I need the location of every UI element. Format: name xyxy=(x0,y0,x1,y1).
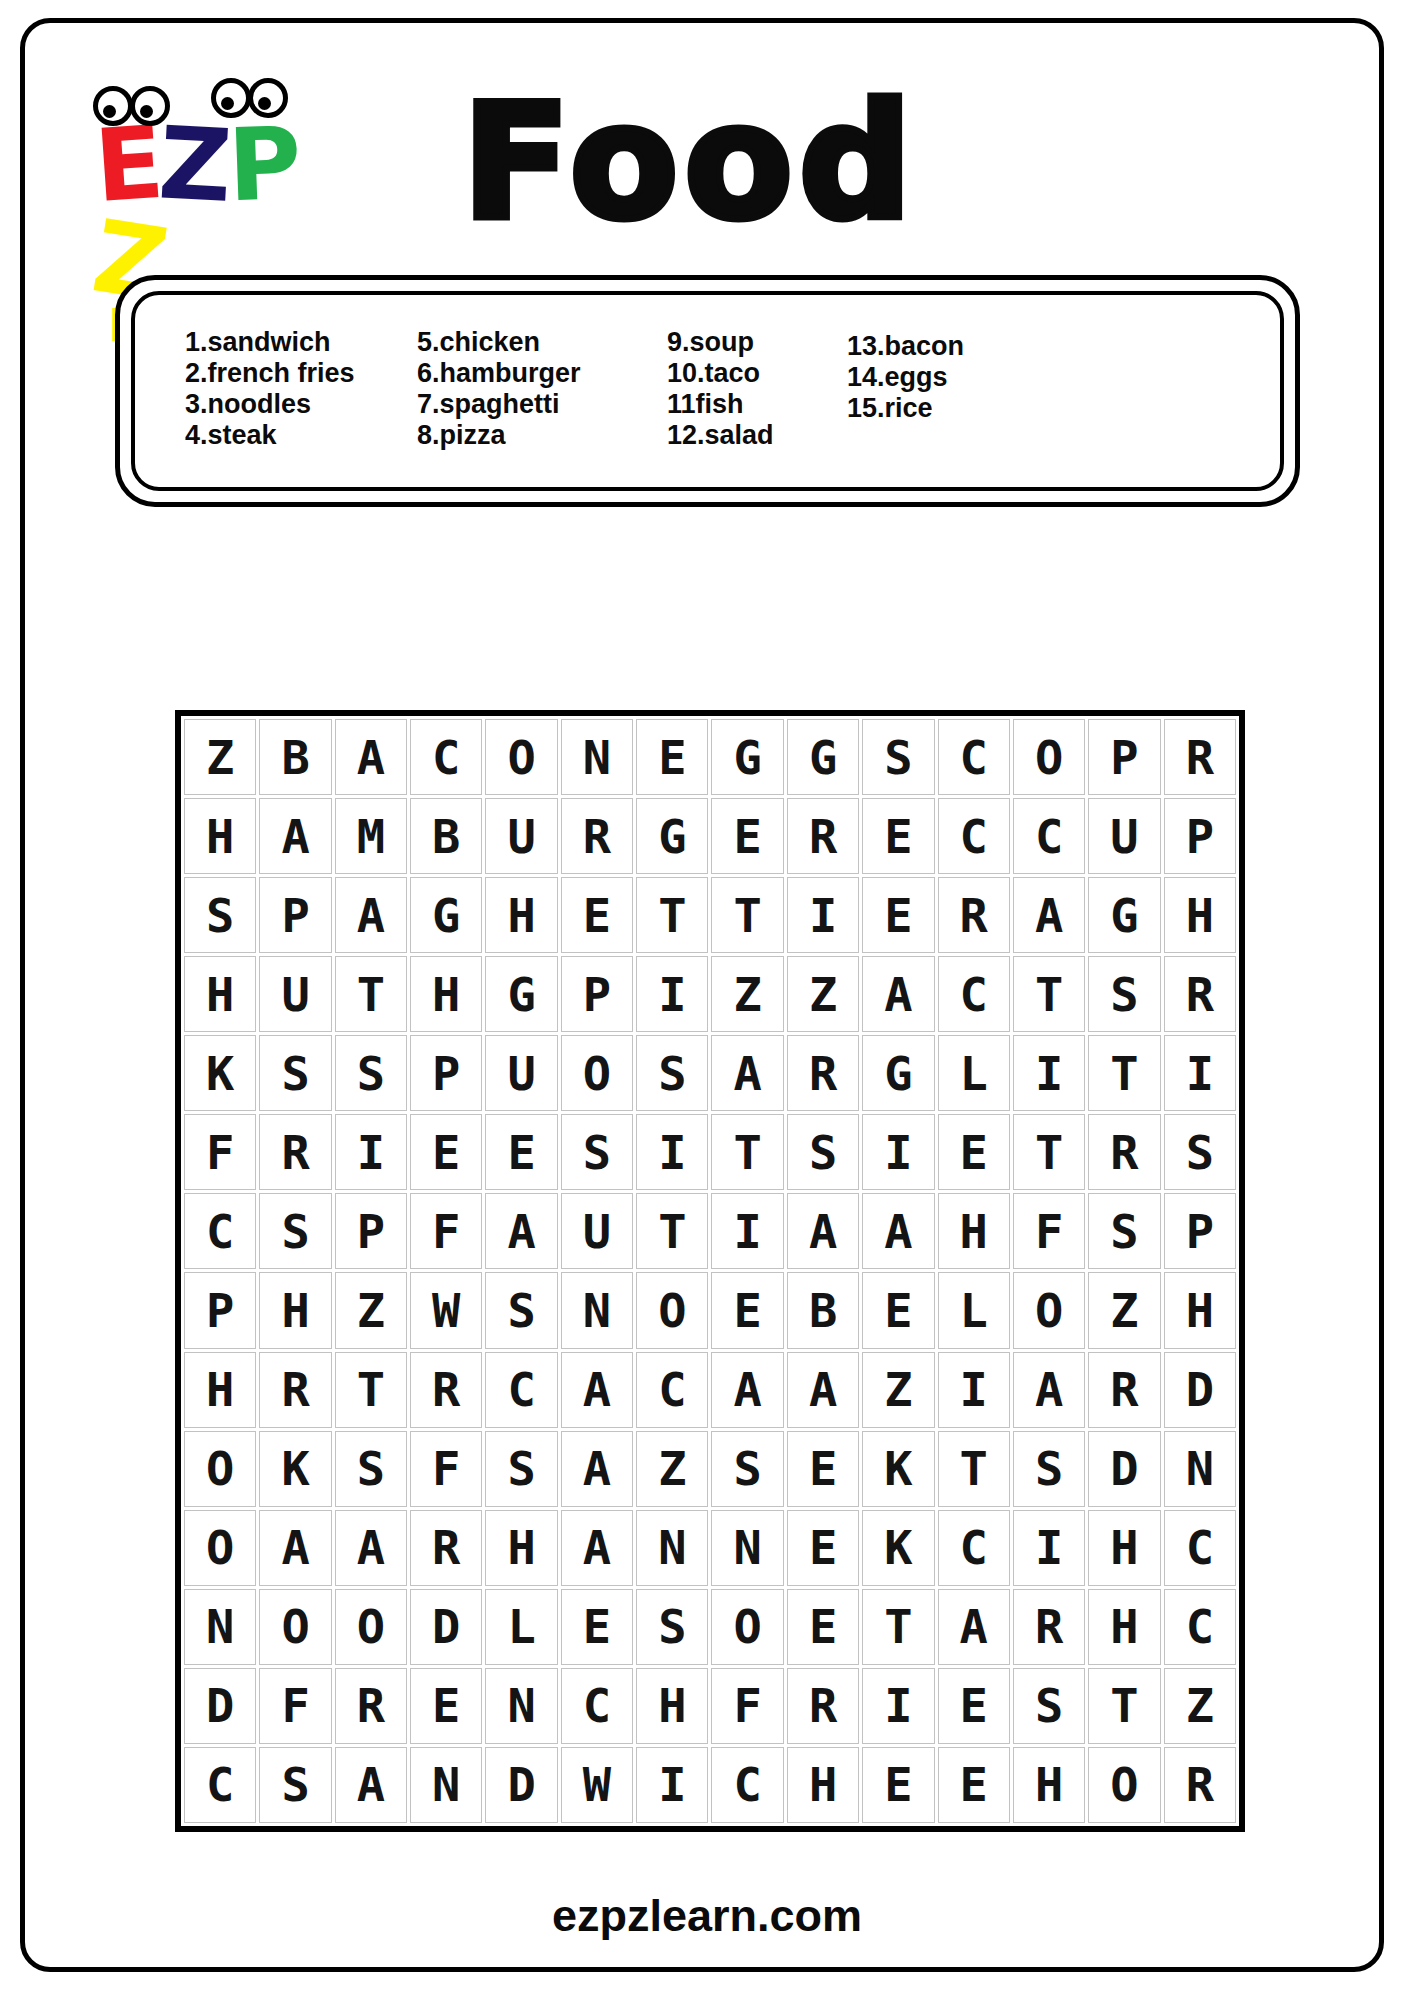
grid-cell[interactable]: D xyxy=(485,1747,557,1823)
grid-cell[interactable]: E xyxy=(862,877,934,953)
eye-icon xyxy=(130,86,170,126)
grid-cell[interactable]: C xyxy=(711,1747,783,1823)
word-list-item: 9.soup xyxy=(667,327,847,358)
grid-cell[interactable]: T xyxy=(636,877,708,953)
grid-cell[interactable]: E xyxy=(938,1747,1010,1823)
grid-cell[interactable]: P xyxy=(410,1035,482,1111)
grid-cell[interactable]: C xyxy=(1013,798,1085,874)
grid-cell[interactable]: A xyxy=(259,798,331,874)
grid-cell[interactable]: F xyxy=(259,1668,331,1744)
grid-cell[interactable]: S xyxy=(1088,956,1160,1032)
logo-ezpz: EZPZ xyxy=(95,120,345,300)
word-list-item: 5.chicken xyxy=(417,327,667,358)
grid-cell[interactable]: T xyxy=(862,1589,934,1665)
grid-cell[interactable]: D xyxy=(184,1668,256,1744)
grid-cell[interactable]: I xyxy=(1013,1510,1085,1586)
grid-cell[interactable]: E xyxy=(862,1272,934,1348)
grid-cell[interactable]: H xyxy=(184,1352,256,1428)
grid-cell[interactable]: R xyxy=(1088,1352,1160,1428)
grid-cell[interactable]: T xyxy=(1013,956,1085,1032)
grid-cell[interactable]: U xyxy=(485,798,557,874)
grid-cell[interactable]: R xyxy=(787,798,859,874)
page-title: Food xyxy=(340,70,1040,254)
grid-cell[interactable]: I xyxy=(1164,1035,1236,1111)
grid-cell[interactable]: P xyxy=(1164,1193,1236,1269)
grid-cell[interactable]: H xyxy=(184,956,256,1032)
grid-cell[interactable]: A xyxy=(711,1035,783,1111)
grid-cell[interactable]: S xyxy=(485,1272,557,1348)
grid-cell[interactable]: F xyxy=(184,1114,256,1190)
grid-cell[interactable]: E xyxy=(938,1668,1010,1744)
grid-cell[interactable]: S xyxy=(1164,1114,1236,1190)
grid-cell[interactable]: G xyxy=(636,798,708,874)
word-list-item: 8.pizza xyxy=(417,420,667,451)
grid-cell[interactable]: P xyxy=(259,877,331,953)
grid-cell[interactable]: S xyxy=(259,1193,331,1269)
grid-cell[interactable]: O xyxy=(335,1589,407,1665)
grid-cell[interactable]: C xyxy=(485,1352,557,1428)
grid-cell[interactable]: Z xyxy=(335,1272,407,1348)
grid-cell[interactable]: O xyxy=(259,1589,331,1665)
grid-cell[interactable]: S xyxy=(1088,1193,1160,1269)
grid-cell[interactable]: H xyxy=(259,1272,331,1348)
grid-cell[interactable]: E xyxy=(711,798,783,874)
grid-cell[interactable]: F xyxy=(1013,1193,1085,1269)
grid-cell[interactable]: A xyxy=(938,1589,1010,1665)
grid-cell[interactable]: R xyxy=(410,1510,482,1586)
grid-cell[interactable]: S xyxy=(485,1431,557,1507)
grid-cell[interactable]: O xyxy=(1088,1747,1160,1823)
grid-cell[interactable]: E xyxy=(787,1431,859,1507)
grid-cell[interactable]: R xyxy=(259,1352,331,1428)
grid-cell[interactable]: T xyxy=(1088,1035,1160,1111)
grid-cell[interactable]: H xyxy=(787,1747,859,1823)
grid-cell[interactable]: Z xyxy=(1164,1668,1236,1744)
grid-cell[interactable]: G xyxy=(485,956,557,1032)
grid-cell[interactable]: C xyxy=(938,719,1010,795)
grid-cell[interactable]: C xyxy=(938,798,1010,874)
grid-cell[interactable]: R xyxy=(787,1035,859,1111)
grid-cell[interactable]: R xyxy=(561,798,633,874)
grid-cell[interactable]: R xyxy=(259,1114,331,1190)
grid-cell[interactable]: I xyxy=(636,956,708,1032)
grid-cell[interactable]: T xyxy=(636,1193,708,1269)
grid-cell[interactable]: G xyxy=(711,719,783,795)
grid-cell[interactable]: T xyxy=(711,877,783,953)
googly-eyes-icon xyxy=(93,86,167,126)
word-list-item: 14.eggs xyxy=(847,362,964,393)
grid-cell[interactable]: S xyxy=(1013,1431,1085,1507)
grid-cell[interactable]: F xyxy=(410,1193,482,1269)
grid-cell[interactable]: E xyxy=(938,1114,1010,1190)
grid-cell[interactable]: E xyxy=(561,1589,633,1665)
grid-cell[interactable]: E xyxy=(485,1114,557,1190)
grid-cell[interactable]: S xyxy=(184,877,256,953)
grid-cell[interactable]: R xyxy=(1164,1747,1236,1823)
grid-cell[interactable]: E xyxy=(862,1747,934,1823)
grid-cell[interactable]: S xyxy=(711,1431,783,1507)
grid-cell[interactable]: N xyxy=(636,1510,708,1586)
word-list-column: 9.soup10.taco11fish12.salad xyxy=(667,327,847,487)
grid-cell[interactable]: T xyxy=(335,956,407,1032)
grid-cell[interactable]: S xyxy=(335,1431,407,1507)
grid-cell[interactable]: O xyxy=(636,1272,708,1348)
grid-cell[interactable]: A xyxy=(335,1510,407,1586)
grid-cell[interactable]: H xyxy=(184,798,256,874)
word-list-item: 15.rice xyxy=(847,393,964,424)
grid-cell[interactable]: H xyxy=(1088,1589,1160,1665)
grid-cell[interactable]: W xyxy=(410,1272,482,1348)
grid-cell[interactable]: T xyxy=(335,1352,407,1428)
grid-cell[interactable]: I xyxy=(862,1668,934,1744)
grid-cell[interactable]: I xyxy=(335,1114,407,1190)
grid-cell[interactable]: H xyxy=(1088,1510,1160,1586)
grid-cell[interactable]: A xyxy=(485,1193,557,1269)
grid-cell[interactable]: S xyxy=(636,1589,708,1665)
grid-cell[interactable]: U xyxy=(561,1193,633,1269)
grid-cell[interactable]: S xyxy=(787,1114,859,1190)
grid-cell[interactable]: A xyxy=(787,1193,859,1269)
grid-cell[interactable]: E xyxy=(787,1589,859,1665)
grid-cell[interactable]: O xyxy=(184,1510,256,1586)
grid-cell[interactable]: H xyxy=(938,1193,1010,1269)
grid-cell[interactable]: R xyxy=(1088,1114,1160,1190)
grid-cell[interactable]: Z xyxy=(1088,1272,1160,1348)
grid-cell[interactable]: A xyxy=(787,1352,859,1428)
grid-cell[interactable]: R xyxy=(787,1668,859,1744)
grid-cell[interactable]: O xyxy=(711,1589,783,1665)
grid-cell[interactable]: H xyxy=(1164,1272,1236,1348)
grid-cell[interactable]: S xyxy=(259,1747,331,1823)
grid-cell[interactable]: S xyxy=(335,1035,407,1111)
grid-cell[interactable]: E xyxy=(410,1114,482,1190)
grid-cell[interactable]: C xyxy=(1164,1589,1236,1665)
grid-cell[interactable]: P xyxy=(1164,798,1236,874)
grid-cell[interactable]: K xyxy=(259,1431,331,1507)
grid-cell[interactable]: H xyxy=(1164,877,1236,953)
grid-cell[interactable]: H xyxy=(485,1510,557,1586)
grid-cell[interactable]: O xyxy=(1013,1272,1085,1348)
grid-cell[interactable]: A xyxy=(561,1352,633,1428)
grid-cell[interactable]: Z xyxy=(711,956,783,1032)
grid-cell[interactable]: N xyxy=(184,1589,256,1665)
grid-cell[interactable]: B xyxy=(410,798,482,874)
word-list-item: 13.bacon xyxy=(847,331,964,362)
grid-cell[interactable]: O xyxy=(485,719,557,795)
grid-cell[interactable]: A xyxy=(561,1510,633,1586)
grid-cell[interactable]: K xyxy=(184,1035,256,1111)
grid-cell[interactable]: C xyxy=(184,1747,256,1823)
grid-cell[interactable]: S xyxy=(636,1035,708,1111)
word-list-item: 3.noodles xyxy=(185,389,417,420)
grid-cell[interactable]: A xyxy=(862,1193,934,1269)
grid-cell[interactable]: N xyxy=(485,1668,557,1744)
grid-cell[interactable]: E xyxy=(561,877,633,953)
grid-cell[interactable]: M xyxy=(335,798,407,874)
word-list-item: 2.french fries xyxy=(185,358,417,389)
grid-cell[interactable]: S xyxy=(561,1114,633,1190)
word-list-column: 13.bacon14.eggs15.rice xyxy=(847,327,964,487)
grid-cell[interactable]: A xyxy=(259,1510,331,1586)
grid-cell[interactable]: B xyxy=(787,1272,859,1348)
grid-cell[interactable]: C xyxy=(1164,1510,1236,1586)
grid-cell[interactable]: G xyxy=(1088,877,1160,953)
grid-cell[interactable]: T xyxy=(1013,1114,1085,1190)
grid-cell[interactable]: L xyxy=(485,1589,557,1665)
grid-cell[interactable]: E xyxy=(711,1272,783,1348)
word-list-item: 6.hamburger xyxy=(417,358,667,389)
grid-cell[interactable]: T xyxy=(1088,1668,1160,1744)
grid-cell[interactable]: N xyxy=(410,1747,482,1823)
grid-cell[interactable]: R xyxy=(335,1668,407,1744)
grid-cell[interactable]: U xyxy=(485,1035,557,1111)
grid-cell[interactable]: A xyxy=(711,1352,783,1428)
grid-cell[interactable]: N xyxy=(561,1272,633,1348)
eye-icon xyxy=(93,86,133,126)
grid-cell[interactable]: K xyxy=(862,1431,934,1507)
grid-cell[interactable]: Z xyxy=(862,1352,934,1428)
grid-cell[interactable]: U xyxy=(259,956,331,1032)
grid-cell[interactable]: Z xyxy=(787,956,859,1032)
grid-cell[interactable]: G xyxy=(862,1035,934,1111)
eye-icon xyxy=(211,78,251,118)
word-list-item: 7.spaghetti xyxy=(417,389,667,420)
grid-cell[interactable]: A xyxy=(1013,1352,1085,1428)
grid-cell[interactable]: E xyxy=(410,1668,482,1744)
grid-cell[interactable]: A xyxy=(335,1747,407,1823)
grid-cell[interactable]: C xyxy=(938,1510,1010,1586)
grid-cell[interactable]: A xyxy=(335,719,407,795)
eye-icon xyxy=(248,78,288,118)
grid-cell[interactable]: N xyxy=(561,719,633,795)
grid-cell[interactable]: R xyxy=(938,877,1010,953)
grid-cell[interactable]: C xyxy=(636,1352,708,1428)
word-search-grid: ZBACONEGGSCOPRHAMBURGERECCUPSPAGHETTIERA… xyxy=(175,710,1245,1832)
grid-cell[interactable]: D xyxy=(410,1589,482,1665)
grid-cell[interactable]: P xyxy=(184,1272,256,1348)
grid-cell[interactable]: R xyxy=(1164,956,1236,1032)
footer-url: ezpzlearn.com xyxy=(0,1890,1414,1942)
word-list-item: 11fish xyxy=(667,389,847,420)
grid-cell[interactable]: C xyxy=(561,1668,633,1744)
grid-cell[interactable]: R xyxy=(410,1352,482,1428)
grid-cell[interactable]: F xyxy=(410,1431,482,1507)
grid-cell[interactable]: S xyxy=(1013,1668,1085,1744)
word-list-item: 10.taco xyxy=(667,358,847,389)
grid-cell[interactable]: I xyxy=(862,1114,934,1190)
grid-cell[interactable]: L xyxy=(938,1035,1010,1111)
word-list-column: 5.chicken6.hamburger7.spaghetti8.pizza xyxy=(417,327,667,487)
grid-cell[interactable]: H xyxy=(1013,1747,1085,1823)
grid-cell[interactable]: P xyxy=(561,956,633,1032)
googly-eyes-icon xyxy=(211,78,285,118)
grid-cell[interactable]: F xyxy=(711,1668,783,1744)
grid-cell[interactable]: B xyxy=(259,719,331,795)
grid-cell[interactable]: N xyxy=(711,1510,783,1586)
grid-cell[interactable]: U xyxy=(1088,798,1160,874)
grid-cell[interactable]: I xyxy=(711,1193,783,1269)
grid-cell[interactable]: R xyxy=(1164,719,1236,795)
grid-cell[interactable]: I xyxy=(787,877,859,953)
grid-cell[interactable]: E xyxy=(636,719,708,795)
grid-cell[interactable]: I xyxy=(938,1352,1010,1428)
grid-cell[interactable]: T xyxy=(711,1114,783,1190)
word-list-item: 4.steak xyxy=(185,420,417,451)
grid-cell[interactable]: Z xyxy=(184,719,256,795)
grid-cell[interactable]: N xyxy=(1164,1431,1236,1507)
grid-cell[interactable]: S xyxy=(862,719,934,795)
grid-cell[interactable]: D xyxy=(1164,1352,1236,1428)
grid-cell[interactable]: G xyxy=(787,719,859,795)
grid-cell[interactable]: L xyxy=(938,1272,1010,1348)
word-list: 1.sandwich2.french fries3.noodles4.steak… xyxy=(131,291,1284,491)
grid-cell[interactable]: W xyxy=(561,1747,633,1823)
grid-cell[interactable]: C xyxy=(938,956,1010,1032)
grid-cell[interactable]: H xyxy=(410,956,482,1032)
grid-cell[interactable]: O xyxy=(1013,719,1085,795)
grid-cell[interactable]: P xyxy=(335,1193,407,1269)
grid-cell[interactable]: H xyxy=(636,1668,708,1744)
grid-cell[interactable]: G xyxy=(410,877,482,953)
grid-cell[interactable]: S xyxy=(259,1035,331,1111)
logo-letter: P xyxy=(226,119,298,211)
word-list-item: 12.salad xyxy=(667,420,847,451)
grid-cell[interactable]: P xyxy=(1088,719,1160,795)
grid-cell[interactable]: O xyxy=(184,1431,256,1507)
grid-cell[interactable]: A xyxy=(1013,877,1085,953)
grid-cell[interactable]: A xyxy=(561,1431,633,1507)
grid-cell[interactable]: O xyxy=(561,1035,633,1111)
word-list-item: 1.sandwich xyxy=(185,327,417,358)
grid-cell[interactable]: E xyxy=(787,1510,859,1586)
grid-cell[interactable]: C xyxy=(184,1193,256,1269)
word-list-box: 1.sandwich2.french fries3.noodles4.steak… xyxy=(115,275,1300,507)
grid-cell[interactable]: H xyxy=(485,877,557,953)
grid-cell[interactable]: A xyxy=(335,877,407,953)
grid-cell[interactable]: C xyxy=(410,719,482,795)
word-list-column: 1.sandwich2.french fries3.noodles4.steak xyxy=(185,327,417,487)
grid-cell[interactable]: I xyxy=(1013,1035,1085,1111)
grid-cell[interactable]: A xyxy=(862,956,934,1032)
grid-cell[interactable]: E xyxy=(862,798,934,874)
grid-cell[interactable]: I xyxy=(636,1114,708,1190)
grid-cell[interactable]: Z xyxy=(636,1431,708,1507)
grid-cell[interactable]: R xyxy=(1013,1589,1085,1665)
grid-cell[interactable]: K xyxy=(862,1510,934,1586)
grid-cell[interactable]: I xyxy=(636,1747,708,1823)
grid-cell[interactable]: D xyxy=(1088,1431,1160,1507)
logo-letter: Z xyxy=(157,118,230,211)
grid-cell[interactable]: T xyxy=(938,1431,1010,1507)
